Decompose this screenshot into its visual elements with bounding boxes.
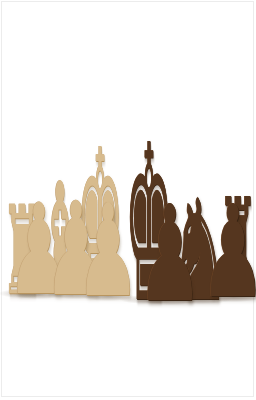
chess-piece-black-pawn-2: ♟ [200,189,256,316]
chess-piece-white-pawn-3: ♟ [76,188,141,315]
chess-set-product-photo: ♜♝♚♚♜♞♟♟♟♟♟ [0,0,256,400]
pieces-layer: ♜♝♚♚♜♞♟♟♟♟♟ [0,0,256,400]
chess-piece-black-pawn-1: ♟ [137,188,203,321]
